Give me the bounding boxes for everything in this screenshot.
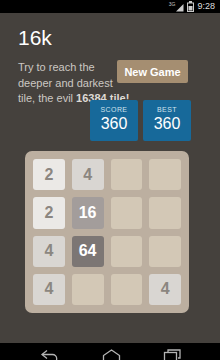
battery-icon bbox=[187, 1, 194, 12]
goal-description-line2: deeper and darkest bbox=[18, 76, 129, 92]
empty-cell bbox=[111, 197, 143, 228]
empty-cell bbox=[149, 159, 181, 190]
empty-cell bbox=[149, 197, 181, 228]
app-title: 16k bbox=[18, 26, 52, 50]
tile-2: 2 bbox=[33, 159, 65, 190]
empty-cell bbox=[149, 236, 181, 267]
status-bar: 3G 9:28 bbox=[0, 0, 220, 13]
tile-16: 16 bbox=[72, 197, 104, 228]
tile-4: 4 bbox=[149, 274, 181, 305]
cell-signal-icon: 3G bbox=[169, 2, 185, 12]
status-time: 9:28 bbox=[197, 0, 215, 13]
best-label: BEST bbox=[143, 106, 191, 113]
goal-description-line1: Try to reach the bbox=[18, 60, 129, 76]
tile-4: 4 bbox=[33, 274, 65, 305]
board-grid[interactable]: 2421646444 bbox=[25, 151, 189, 313]
empty-cell bbox=[111, 274, 143, 305]
new-game-button[interactable]: New Game bbox=[117, 60, 188, 83]
best-box: BEST 360 bbox=[143, 100, 191, 141]
score-value: 360 bbox=[90, 115, 138, 133]
empty-cell bbox=[72, 274, 104, 305]
empty-cell bbox=[111, 236, 143, 267]
best-value: 360 bbox=[143, 115, 191, 133]
phone-screen: 3G 9:28 16k Try to reach the deeper and … bbox=[0, 0, 220, 360]
score-box: SCORE 360 bbox=[90, 100, 138, 141]
tile-64: 64 bbox=[72, 236, 104, 267]
back-icon[interactable] bbox=[39, 349, 61, 360]
tile-4: 4 bbox=[72, 159, 104, 190]
tile-4: 4 bbox=[33, 236, 65, 267]
navigation-bar bbox=[0, 343, 220, 360]
network-type-label: 3G bbox=[169, 2, 176, 7]
empty-cell bbox=[111, 159, 143, 190]
recents-icon[interactable] bbox=[163, 349, 181, 360]
tile-2: 2 bbox=[33, 197, 65, 228]
home-icon[interactable] bbox=[102, 349, 121, 360]
score-label: SCORE bbox=[90, 106, 138, 113]
